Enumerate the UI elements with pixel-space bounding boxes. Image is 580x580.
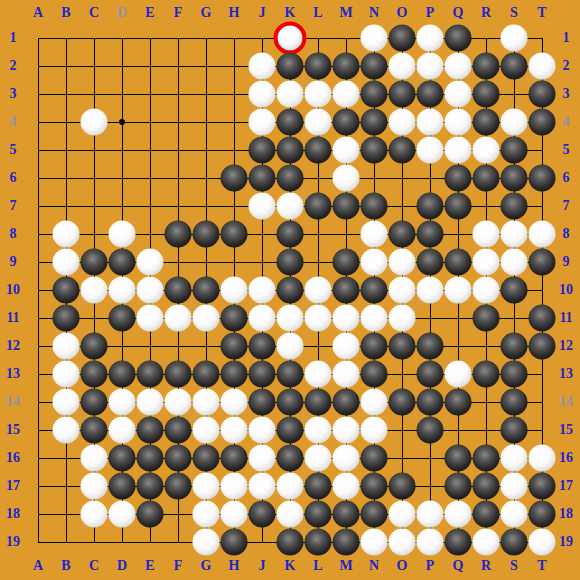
stone-L11 [305,305,332,332]
stone-P14 [417,389,444,416]
stone-B15 [53,417,80,444]
stone-M16 [333,445,360,472]
stone-S6 [501,165,528,192]
stone-F14 [165,389,192,416]
stone-Q18 [445,501,472,528]
stone-Q19 [445,529,472,556]
stone-O2 [389,53,416,80]
stone-R5 [473,137,500,164]
stone-P18 [417,501,444,528]
stone-S5 [501,137,528,164]
go-board[interactable]: AABBCCDDEEFFGGHHJJKKLLMMNNOOPPQQRRSSTT11… [0,0,580,580]
stone-E16 [137,445,164,472]
stone-M18 [333,501,360,528]
coord-label-right-6: 6 [563,171,570,185]
stone-R13 [473,361,500,388]
stone-J2 [249,53,276,80]
stone-P8 [417,221,444,248]
stone-P13 [417,361,444,388]
stone-K18 [277,501,304,528]
stone-K15 [277,417,304,444]
stone-M6 [333,165,360,192]
stone-L3 [305,81,332,108]
stone-M3 [333,81,360,108]
stone-M11 [333,305,360,332]
coord-label-top-R: R [481,6,491,20]
stone-D8 [109,221,136,248]
stone-S19 [501,529,528,556]
stone-P9 [417,249,444,276]
coord-label-bottom-R: R [481,559,491,573]
stone-H18 [221,501,248,528]
stone-J10 [249,277,276,304]
stone-J15 [249,417,276,444]
coord-label-left-15: 15 [6,423,20,437]
stone-S8 [501,221,528,248]
coord-label-left-5: 5 [10,143,17,157]
coord-label-left-9: 9 [10,255,17,269]
coord-label-top-F: F [174,6,183,20]
stone-E13 [137,361,164,388]
coord-label-top-H: H [229,6,240,20]
stone-C16 [81,445,108,472]
stone-P3 [417,81,444,108]
stone-F17 [165,473,192,500]
coord-label-bottom-F: F [174,559,183,573]
coord-label-bottom-T: T [537,559,546,573]
stone-J18 [249,501,276,528]
stone-O11 [389,305,416,332]
stone-N5 [361,137,388,164]
stone-N8 [361,221,388,248]
stone-K13 [277,361,304,388]
coord-label-top-K: K [285,6,296,20]
stone-S10 [501,277,528,304]
coord-label-top-O: O [397,6,408,20]
stone-G19 [193,529,220,556]
stone-O1 [389,25,416,52]
stone-P4 [417,109,444,136]
stone-H10 [221,277,248,304]
stone-O18 [389,501,416,528]
stone-N7 [361,193,388,220]
coord-label-left-12: 12 [6,339,20,353]
stone-D11 [109,305,136,332]
stone-K17 [277,473,304,500]
stone-G14 [193,389,220,416]
stone-P7 [417,193,444,220]
stone-G16 [193,445,220,472]
stone-B10 [53,277,80,304]
stone-Q3 [445,81,472,108]
stone-Q2 [445,53,472,80]
stone-R19 [473,529,500,556]
stone-G13 [193,361,220,388]
stone-Q13 [445,361,472,388]
stone-H13 [221,361,248,388]
coord-label-left-7: 7 [10,199,17,213]
stone-K10 [277,277,304,304]
stone-J7 [249,193,276,220]
stone-M19 [333,529,360,556]
stone-K19 [277,529,304,556]
coord-label-left-18: 18 [6,507,20,521]
coord-label-right-17: 17 [559,479,573,493]
last-move-stone-K1 [274,22,307,55]
stone-J17 [249,473,276,500]
coord-label-right-8: 8 [563,227,570,241]
coord-label-bottom-O: O [397,559,408,573]
coord-label-bottom-C: C [89,559,99,573]
stone-L18 [305,501,332,528]
coord-label-right-5: 5 [563,143,570,157]
stone-H14 [221,389,248,416]
stone-J16 [249,445,276,472]
stone-Q7 [445,193,472,220]
stone-S1 [501,25,528,52]
stone-C18 [81,501,108,528]
stone-L7 [305,193,332,220]
stone-B13 [53,361,80,388]
stone-F11 [165,305,192,332]
stone-R2 [473,53,500,80]
stone-T4 [529,109,556,136]
stone-P19 [417,529,444,556]
stone-F10 [165,277,192,304]
stone-N19 [361,529,388,556]
coord-label-bottom-L: L [313,559,322,573]
coord-label-top-A: A [33,6,43,20]
stone-N18 [361,501,388,528]
stone-L5 [305,137,332,164]
stone-H19 [221,529,248,556]
stone-M13 [333,361,360,388]
stone-H6 [221,165,248,192]
stone-C10 [81,277,108,304]
stone-E15 [137,417,164,444]
coord-label-top-C: C [89,6,99,20]
stone-K12 [277,333,304,360]
stone-Q9 [445,249,472,276]
stone-K5 [277,137,304,164]
coord-label-top-B: B [61,6,70,20]
stone-J5 [249,137,276,164]
stone-O8 [389,221,416,248]
stone-R10 [473,277,500,304]
stone-S12 [501,333,528,360]
stone-C15 [81,417,108,444]
stone-K16 [277,445,304,472]
stone-T3 [529,81,556,108]
stone-T9 [529,249,556,276]
stone-J3 [249,81,276,108]
stone-H12 [221,333,248,360]
coord-label-right-11: 11 [559,311,572,325]
stone-N10 [361,277,388,304]
stone-K6 [277,165,304,192]
coord-label-top-S: S [510,6,518,20]
stone-N14 [361,389,388,416]
stone-O5 [389,137,416,164]
coord-label-left-14: 14 [6,395,20,409]
stone-O17 [389,473,416,500]
stone-S4 [501,109,528,136]
stone-P2 [417,53,444,80]
stone-N1 [361,25,388,52]
stone-L16 [305,445,332,472]
stone-B12 [53,333,80,360]
coord-label-top-L: L [313,6,322,20]
stone-C17 [81,473,108,500]
stone-N16 [361,445,388,472]
stone-Q10 [445,277,472,304]
stone-Q6 [445,165,472,192]
stone-H8 [221,221,248,248]
stone-S14 [501,389,528,416]
stone-D13 [109,361,136,388]
stone-N12 [361,333,388,360]
coord-label-top-D: D [117,6,127,20]
stone-C9 [81,249,108,276]
stone-R6 [473,165,500,192]
coord-label-left-1: 1 [10,31,17,45]
stone-Q1 [445,25,472,52]
stone-F8 [165,221,192,248]
stone-N11 [361,305,388,332]
stone-G11 [193,305,220,332]
coord-label-bottom-P: P [426,559,435,573]
coord-label-left-19: 19 [6,535,20,549]
coord-label-bottom-M: M [339,559,352,573]
stone-H17 [221,473,248,500]
stone-T17 [529,473,556,500]
stone-S2 [501,53,528,80]
stone-K11 [277,305,304,332]
stone-Q5 [445,137,472,164]
stone-J14 [249,389,276,416]
stone-R9 [473,249,500,276]
coord-label-right-15: 15 [559,423,573,437]
stone-G8 [193,221,220,248]
stone-Q16 [445,445,472,472]
stone-L4 [305,109,332,136]
stone-K3 [277,81,304,108]
coord-label-right-19: 19 [559,535,573,549]
coord-label-left-16: 16 [6,451,20,465]
stone-C13 [81,361,108,388]
stone-L14 [305,389,332,416]
coord-label-bottom-J: J [259,559,266,573]
stone-M10 [333,277,360,304]
stone-L13 [305,361,332,388]
stone-M5 [333,137,360,164]
stone-T18 [529,501,556,528]
stone-L19 [305,529,332,556]
stone-R4 [473,109,500,136]
stone-G15 [193,417,220,444]
coord-label-bottom-K: K [285,559,296,573]
coord-label-bottom-A: A [33,559,43,573]
stone-N4 [361,109,388,136]
stone-N2 [361,53,388,80]
stone-O10 [389,277,416,304]
stone-J12 [249,333,276,360]
stone-K8 [277,221,304,248]
stone-N15 [361,417,388,444]
stone-R3 [473,81,500,108]
stone-S16 [501,445,528,472]
stone-L2 [305,53,332,80]
coord-label-bottom-Q: Q [453,559,464,573]
stone-B14 [53,389,80,416]
stone-D18 [109,501,136,528]
coord-label-right-13: 13 [559,367,573,381]
stone-T11 [529,305,556,332]
stone-M15 [333,417,360,444]
stone-D10 [109,277,136,304]
stone-K14 [277,389,304,416]
coord-label-top-M: M [339,6,352,20]
stone-L17 [305,473,332,500]
stone-E17 [137,473,164,500]
coord-label-left-17: 17 [6,479,20,493]
stone-S17 [501,473,528,500]
stone-Q17 [445,473,472,500]
stone-E11 [137,305,164,332]
stone-J13 [249,361,276,388]
stone-G17 [193,473,220,500]
stone-E18 [137,501,164,528]
coord-label-right-4: 4 [563,115,570,129]
coord-label-top-G: G [201,6,212,20]
stone-S7 [501,193,528,220]
coord-label-left-3: 3 [10,87,17,101]
stone-T12 [529,333,556,360]
stone-H16 [221,445,248,472]
stone-S13 [501,361,528,388]
stone-T16 [529,445,556,472]
stone-R8 [473,221,500,248]
coord-label-bottom-E: E [145,559,154,573]
stone-O14 [389,389,416,416]
coord-label-bottom-N: N [369,559,379,573]
coord-label-right-10: 10 [559,283,573,297]
stone-Q4 [445,109,472,136]
coord-label-top-P: P [426,6,435,20]
stone-M14 [333,389,360,416]
stone-O12 [389,333,416,360]
stone-F15 [165,417,192,444]
coord-label-right-2: 2 [563,59,570,73]
stone-N9 [361,249,388,276]
stone-N17 [361,473,388,500]
stone-M12 [333,333,360,360]
stone-D16 [109,445,136,472]
stone-T8 [529,221,556,248]
stone-K7 [277,193,304,220]
coord-label-top-T: T [537,6,546,20]
coord-label-right-9: 9 [563,255,570,269]
stone-P10 [417,277,444,304]
coord-label-right-7: 7 [563,199,570,213]
coord-label-top-Q: Q [453,6,464,20]
stone-L10 [305,277,332,304]
coord-label-right-16: 16 [559,451,573,465]
stone-K2 [277,53,304,80]
stone-C14 [81,389,108,416]
stone-R11 [473,305,500,332]
coord-label-top-E: E [145,6,154,20]
stone-J6 [249,165,276,192]
stone-M4 [333,109,360,136]
coord-label-left-13: 13 [6,367,20,381]
coord-label-bottom-B: B [61,559,70,573]
coord-label-left-11: 11 [6,311,19,325]
stone-M7 [333,193,360,220]
stone-P5 [417,137,444,164]
coord-label-right-18: 18 [559,507,573,521]
stone-D9 [109,249,136,276]
coord-label-bottom-H: H [229,559,240,573]
stone-Q14 [445,389,472,416]
star-point-D4 [119,119,125,125]
stone-N3 [361,81,388,108]
coord-label-right-3: 3 [563,87,570,101]
coord-label-right-1: 1 [563,31,570,45]
coord-label-left-10: 10 [6,283,20,297]
stone-R17 [473,473,500,500]
stone-J11 [249,305,276,332]
coord-label-bottom-S: S [510,559,518,573]
stone-M17 [333,473,360,500]
coord-label-bottom-G: G [201,559,212,573]
stone-E9 [137,249,164,276]
stone-F16 [165,445,192,472]
stone-M2 [333,53,360,80]
stone-B11 [53,305,80,332]
coord-label-left-4: 4 [10,115,17,129]
stone-P15 [417,417,444,444]
stone-O19 [389,529,416,556]
stone-P12 [417,333,444,360]
stone-D14 [109,389,136,416]
stone-O3 [389,81,416,108]
stone-N13 [361,361,388,388]
stone-B9 [53,249,80,276]
stone-R16 [473,445,500,472]
stone-O4 [389,109,416,136]
stone-K9 [277,249,304,276]
stone-D17 [109,473,136,500]
coord-label-left-2: 2 [10,59,17,73]
stone-C12 [81,333,108,360]
stone-G18 [193,501,220,528]
stone-T19 [529,529,556,556]
stone-C4 [81,109,108,136]
coord-label-right-14: 14 [559,395,573,409]
stone-T6 [529,165,556,192]
stone-D15 [109,417,136,444]
stone-M9 [333,249,360,276]
stone-O9 [389,249,416,276]
stone-F13 [165,361,192,388]
coord-label-right-12: 12 [559,339,573,353]
stone-P1 [417,25,444,52]
stone-E10 [137,277,164,304]
stone-R18 [473,501,500,528]
stone-S18 [501,501,528,528]
stone-L15 [305,417,332,444]
